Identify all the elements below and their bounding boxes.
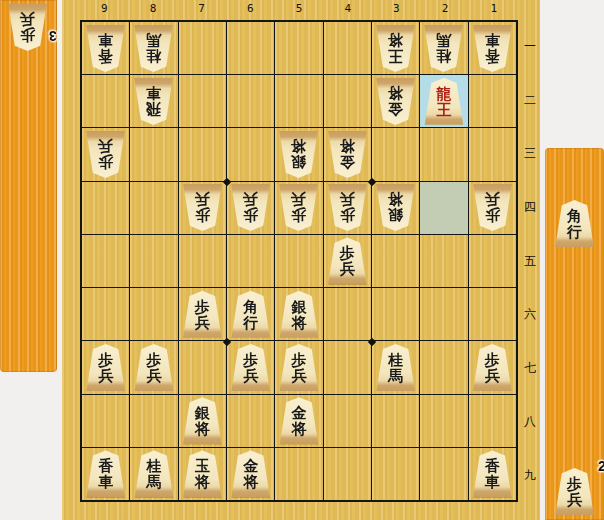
square-8c[interactable] xyxy=(130,128,177,180)
piece-sente-4e[interactable]: 歩兵 xyxy=(327,237,368,284)
file-label-9: 9 xyxy=(80,1,129,17)
piece-kanji: 歩兵 xyxy=(485,352,500,384)
piece-sente-6f[interactable]: 角行 xyxy=(230,291,271,338)
rank-label-3: 三 xyxy=(519,127,541,181)
square-4g[interactable] xyxy=(324,341,371,393)
sente-hand-角行[interactable]: 角行 xyxy=(554,200,595,247)
square-8a[interactable]: 桂馬 xyxy=(130,22,177,74)
square-2i[interactable] xyxy=(420,448,467,500)
square-6e[interactable] xyxy=(227,235,274,287)
shogi-app: 歩兵3 987654321 一二三四五六七八九 香車桂馬王将桂馬香車飛車金将龍王… xyxy=(0,0,604,520)
piece-sente-5f[interactable]: 銀将 xyxy=(278,291,319,338)
gote-hand-tray: 歩兵3 xyxy=(0,0,57,372)
square-5i[interactable] xyxy=(275,448,322,500)
piece-kanji: 桂馬 xyxy=(436,32,451,64)
piece-sente-9g[interactable]: 歩兵 xyxy=(85,344,126,391)
piece-kanji: 龍王 xyxy=(436,86,451,118)
square-1a[interactable]: 香車 xyxy=(469,22,516,74)
piece-gote-7d[interactable]: 歩兵 xyxy=(182,184,223,231)
piece-kanji: 王将 xyxy=(388,32,403,64)
piece-sente-1i[interactable]: 香車 xyxy=(472,450,513,497)
square-9h[interactable] xyxy=(82,395,129,447)
piece-kanji: 銀将 xyxy=(388,191,403,223)
piece-kanji: 銀将 xyxy=(195,405,210,437)
file-labels: 987654321 xyxy=(80,1,518,17)
square-2h[interactable] xyxy=(420,395,467,447)
piece-kanji: 角行 xyxy=(567,208,582,240)
square-5g[interactable]: 歩兵 xyxy=(275,341,322,393)
square-3e[interactable] xyxy=(372,235,419,287)
square-2e[interactable] xyxy=(420,235,467,287)
piece-gote-3a[interactable]: 王将 xyxy=(375,25,416,72)
square-2d[interactable] xyxy=(420,182,467,234)
square-9b[interactable] xyxy=(82,75,129,127)
square-7h[interactable]: 銀将 xyxy=(179,395,226,447)
rank-label-7: 七 xyxy=(519,341,541,395)
square-6i[interactable]: 金将 xyxy=(227,448,274,500)
piece-gote-1d[interactable]: 歩兵 xyxy=(472,184,513,231)
piece-gote-3d[interactable]: 銀将 xyxy=(375,184,416,231)
rank-label-4: 四 xyxy=(519,181,541,235)
square-8d[interactable] xyxy=(130,182,177,234)
square-5c[interactable]: 銀将 xyxy=(275,128,322,180)
file-label-6: 6 xyxy=(226,1,275,17)
piece-kanji: 金将 xyxy=(388,85,403,117)
piece-gote-2a[interactable]: 桂馬 xyxy=(423,25,464,72)
square-6f[interactable]: 角行 xyxy=(227,288,274,340)
piece-sente-9i[interactable]: 香車 xyxy=(85,450,126,497)
piece-sente-7h[interactable]: 銀将 xyxy=(182,397,223,444)
piece-sente-7i[interactable]: 玉将 xyxy=(182,450,223,497)
square-1g[interactable]: 歩兵 xyxy=(469,341,516,393)
square-1c[interactable] xyxy=(469,128,516,180)
piece-kanji: 銀将 xyxy=(291,299,306,331)
square-7c[interactable] xyxy=(179,128,226,180)
file-label-7: 7 xyxy=(177,1,226,17)
square-5f[interactable]: 銀将 xyxy=(275,288,322,340)
square-5e[interactable] xyxy=(275,235,322,287)
square-4d[interactable]: 歩兵 xyxy=(324,182,371,234)
piece-kanji: 歩兵 xyxy=(195,299,210,331)
square-8f[interactable] xyxy=(130,288,177,340)
square-1b[interactable] xyxy=(469,75,516,127)
piece-gote-5c[interactable]: 銀将 xyxy=(278,131,319,178)
piece-kanji: 桂馬 xyxy=(388,352,403,384)
piece-gote-4d[interactable]: 歩兵 xyxy=(327,184,368,231)
file-label-5: 5 xyxy=(275,1,324,17)
piece-kanji: 歩兵 xyxy=(20,11,35,43)
piece-kanji: 歩兵 xyxy=(291,352,306,384)
piece-sente-6i[interactable]: 金将 xyxy=(230,450,271,497)
square-3f[interactable] xyxy=(372,288,419,340)
square-9a[interactable]: 香車 xyxy=(82,22,129,74)
square-8h[interactable] xyxy=(130,395,177,447)
square-7e[interactable] xyxy=(179,235,226,287)
piece-sente-hand-1[interactable]: 歩兵 xyxy=(554,468,595,515)
piece-kanji: 香車 xyxy=(485,458,500,490)
piece-sente-3g[interactable]: 桂馬 xyxy=(375,344,416,391)
square-3b[interactable]: 金将 xyxy=(372,75,419,127)
piece-sente-2b[interactable]: 龍王 xyxy=(423,78,464,125)
piece-kanji: 香車 xyxy=(485,32,500,64)
piece-kanji: 飛車 xyxy=(146,85,161,117)
square-1d[interactable]: 歩兵 xyxy=(469,182,516,234)
piece-kanji: 歩兵 xyxy=(195,191,210,223)
sente-hand-count: 2 xyxy=(598,458,604,474)
piece-gote-8a[interactable]: 桂馬 xyxy=(133,25,174,72)
square-4c[interactable]: 金将 xyxy=(324,128,371,180)
piece-kanji: 香車 xyxy=(98,32,113,64)
square-4b[interactable] xyxy=(324,75,371,127)
square-2f[interactable] xyxy=(420,288,467,340)
square-7d[interactable]: 歩兵 xyxy=(179,182,226,234)
rank-label-9: 九 xyxy=(519,449,541,503)
piece-kanji: 歩兵 xyxy=(291,191,306,223)
piece-kanji: 金将 xyxy=(291,405,306,437)
file-label-4: 4 xyxy=(323,1,372,17)
square-9g[interactable]: 歩兵 xyxy=(82,341,129,393)
piece-kanji: 歩兵 xyxy=(243,352,258,384)
rank-label-6: 六 xyxy=(519,288,541,342)
rank-label-1: 一 xyxy=(519,20,541,74)
piece-kanji: 歩兵 xyxy=(146,352,161,384)
square-8g[interactable]: 歩兵 xyxy=(130,341,177,393)
piece-kanji: 歩兵 xyxy=(98,138,113,170)
square-5d[interactable]: 歩兵 xyxy=(275,182,322,234)
file-label-2: 2 xyxy=(421,1,470,17)
square-6a[interactable] xyxy=(227,22,274,74)
piece-kanji: 歩兵 xyxy=(485,191,500,223)
board-background: 987654321 一二三四五六七八九 香車桂馬王将桂馬香車飛車金将龍王歩兵銀将… xyxy=(62,0,540,520)
square-1f[interactable] xyxy=(469,288,516,340)
piece-kanji: 歩兵 xyxy=(567,476,582,508)
square-2c[interactable] xyxy=(420,128,467,180)
piece-sente-6g[interactable]: 歩兵 xyxy=(230,344,271,391)
piece-sente-8i[interactable]: 桂馬 xyxy=(133,450,174,497)
square-4f[interactable] xyxy=(324,288,371,340)
board-grid: 香車桂馬王将桂馬香車飛車金将龍王歩兵銀将金将歩兵歩兵歩兵歩兵銀将歩兵歩兵歩兵角行… xyxy=(82,22,516,500)
piece-kanji: 歩兵 xyxy=(243,191,258,223)
piece-kanji: 桂馬 xyxy=(146,458,161,490)
piece-gote-5d[interactable]: 歩兵 xyxy=(278,184,319,231)
square-6c[interactable] xyxy=(227,128,274,180)
square-1e[interactable] xyxy=(469,235,516,287)
square-8e[interactable] xyxy=(130,235,177,287)
square-6d[interactable]: 歩兵 xyxy=(227,182,274,234)
square-3d[interactable]: 銀将 xyxy=(372,182,419,234)
piece-kanji: 香車 xyxy=(98,458,113,490)
piece-kanji: 歩兵 xyxy=(340,245,355,277)
square-9d[interactable] xyxy=(82,182,129,234)
piece-kanji: 玉将 xyxy=(195,458,210,490)
square-9c[interactable]: 歩兵 xyxy=(82,128,129,180)
square-2a[interactable]: 桂馬 xyxy=(420,22,467,74)
square-3h[interactable] xyxy=(372,395,419,447)
piece-kanji: 歩兵 xyxy=(98,352,113,384)
square-7a[interactable] xyxy=(179,22,226,74)
rank-label-2: 二 xyxy=(519,74,541,128)
square-7b[interactable] xyxy=(179,75,226,127)
piece-gote-6d[interactable]: 歩兵 xyxy=(230,184,271,231)
square-9f[interactable] xyxy=(82,288,129,340)
square-3c[interactable] xyxy=(372,128,419,180)
piece-kanji: 桂馬 xyxy=(146,32,161,64)
file-label-3: 3 xyxy=(372,1,421,17)
piece-gote-1a[interactable]: 香車 xyxy=(472,25,513,72)
rank-label-5: 五 xyxy=(519,234,541,288)
piece-sente-8g[interactable]: 歩兵 xyxy=(133,344,174,391)
piece-kanji: 角行 xyxy=(243,299,258,331)
piece-kanji: 歩兵 xyxy=(340,191,355,223)
square-4h[interactable] xyxy=(324,395,371,447)
piece-sente-1g[interactable]: 歩兵 xyxy=(472,344,513,391)
sente-hand-歩兵[interactable]: 歩兵2 xyxy=(554,468,595,515)
square-7g[interactable] xyxy=(179,341,226,393)
square-9e[interactable] xyxy=(82,235,129,287)
square-2g[interactable] xyxy=(420,341,467,393)
square-1h[interactable] xyxy=(469,395,516,447)
square-8b[interactable]: 飛車 xyxy=(130,75,177,127)
piece-gote-9a[interactable]: 香車 xyxy=(85,25,126,72)
piece-sente-7f[interactable]: 歩兵 xyxy=(182,291,223,338)
square-5b[interactable] xyxy=(275,75,322,127)
square-5h[interactable]: 金将 xyxy=(275,395,322,447)
piece-sente-5g[interactable]: 歩兵 xyxy=(278,344,319,391)
square-8i[interactable]: 桂馬 xyxy=(130,448,177,500)
square-6b[interactable] xyxy=(227,75,274,127)
board-frame: 香車桂馬王将桂馬香車飛車金将龍王歩兵銀将金将歩兵歩兵歩兵歩兵銀将歩兵歩兵歩兵角行… xyxy=(80,20,518,502)
piece-kanji: 金将 xyxy=(340,138,355,170)
piece-sente-5h[interactable]: 金将 xyxy=(278,397,319,444)
sente-hand-tray: 角行歩兵2 xyxy=(545,148,604,520)
square-4i[interactable] xyxy=(324,448,371,500)
file-label-1: 1 xyxy=(469,1,518,17)
square-5a[interactable] xyxy=(275,22,322,74)
piece-gote-9c[interactable]: 歩兵 xyxy=(85,131,126,178)
file-label-8: 8 xyxy=(129,1,178,17)
square-1i[interactable]: 香車 xyxy=(469,448,516,500)
square-7i[interactable]: 玉将 xyxy=(179,448,226,500)
piece-gote-4c[interactable]: 金将 xyxy=(327,131,368,178)
square-3i[interactable] xyxy=(372,448,419,500)
piece-gote-hand-0[interactable]: 歩兵 xyxy=(7,4,48,51)
square-7f[interactable]: 歩兵 xyxy=(179,288,226,340)
piece-gote-8b[interactable]: 飛車 xyxy=(133,78,174,125)
gote-hand-count: 3 xyxy=(49,28,57,44)
piece-sente-hand-0[interactable]: 角行 xyxy=(554,200,595,247)
piece-kanji: 銀将 xyxy=(291,138,306,170)
square-3a[interactable]: 王将 xyxy=(372,22,419,74)
piece-kanji: 金将 xyxy=(243,458,258,490)
gote-hand-歩兵[interactable]: 歩兵3 xyxy=(7,4,48,51)
rank-label-8: 八 xyxy=(519,395,541,449)
piece-gote-3b[interactable]: 金将 xyxy=(375,78,416,125)
square-3g[interactable]: 桂馬 xyxy=(372,341,419,393)
square-4a[interactable] xyxy=(324,22,371,74)
square-9i[interactable]: 香車 xyxy=(82,448,129,500)
square-2b[interactable]: 龍王 xyxy=(420,75,467,127)
square-6g[interactable]: 歩兵 xyxy=(227,341,274,393)
square-6h[interactable] xyxy=(227,395,274,447)
square-4e[interactable]: 歩兵 xyxy=(324,235,371,287)
rank-labels: 一二三四五六七八九 xyxy=(519,20,541,502)
